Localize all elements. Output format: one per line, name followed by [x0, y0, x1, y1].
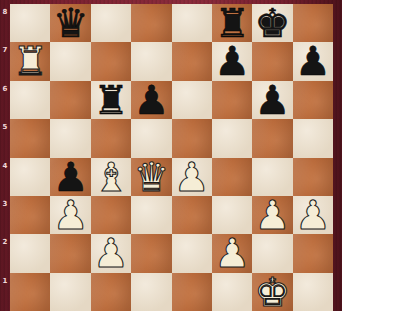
square-g7[interactable]	[252, 42, 292, 80]
square-e2[interactable]	[172, 234, 212, 272]
rank-label-7: 7	[0, 42, 10, 80]
square-h1[interactable]	[293, 273, 333, 311]
rank-labels: 87654321	[0, 4, 10, 311]
square-c8[interactable]	[91, 4, 131, 42]
black-king-g8: ♚	[252, 4, 292, 42]
square-g1[interactable]: ♚	[252, 273, 292, 311]
square-f8[interactable]: ♜	[212, 4, 252, 42]
square-f2[interactable]: ♟	[212, 234, 252, 272]
square-c7[interactable]	[91, 42, 131, 80]
square-b1[interactable]	[50, 273, 90, 311]
square-h5[interactable]	[293, 119, 333, 157]
white-king-g1: ♚	[252, 273, 292, 311]
chess-board-frame: 87654321 ♛♜♚♜♟♟♜♟♟♟♝♛♟♟♟♟♟♟♚	[0, 0, 342, 311]
square-a1[interactable]	[10, 273, 50, 311]
black-pawn-b4: ♟	[50, 158, 90, 196]
square-g2[interactable]	[252, 234, 292, 272]
square-d4[interactable]: ♛	[131, 158, 171, 196]
square-a7[interactable]: ♜	[10, 42, 50, 80]
square-c4[interactable]: ♝	[91, 158, 131, 196]
white-bishop-c4: ♝	[91, 158, 131, 196]
page-background: 87654321 ♛♜♚♜♟♟♜♟♟♟♝♛♟♟♟♟♟♟♚	[0, 0, 414, 311]
square-e6[interactable]	[172, 81, 212, 119]
square-a8[interactable]	[10, 4, 50, 42]
chess-board: ♛♜♚♜♟♟♜♟♟♟♝♛♟♟♟♟♟♟♚	[10, 4, 333, 311]
white-queen-d4: ♛	[131, 158, 171, 196]
square-g5[interactable]	[252, 119, 292, 157]
square-e8[interactable]	[172, 4, 212, 42]
square-b3[interactable]: ♟	[50, 196, 90, 234]
rank-label-4: 4	[0, 158, 10, 196]
square-d6[interactable]: ♟	[131, 81, 171, 119]
square-f6[interactable]	[212, 81, 252, 119]
square-d1[interactable]	[131, 273, 171, 311]
white-pawn-b3: ♟	[50, 196, 90, 234]
black-pawn-f7: ♟	[212, 42, 252, 80]
black-rook-c6: ♜	[91, 81, 131, 119]
square-b6[interactable]	[50, 81, 90, 119]
square-f1[interactable]	[212, 273, 252, 311]
square-b7[interactable]	[50, 42, 90, 80]
square-a4[interactable]	[10, 158, 50, 196]
black-queen-b8: ♛	[50, 4, 90, 42]
square-f3[interactable]	[212, 196, 252, 234]
square-f4[interactable]	[212, 158, 252, 196]
black-pawn-g6: ♟	[252, 81, 292, 119]
square-d8[interactable]	[131, 4, 171, 42]
square-b5[interactable]	[50, 119, 90, 157]
rank-label-8: 8	[0, 4, 10, 42]
black-rook-f8: ♜	[212, 4, 252, 42]
square-c5[interactable]	[91, 119, 131, 157]
square-c2[interactable]: ♟	[91, 234, 131, 272]
black-pawn-h7: ♟	[293, 42, 333, 80]
square-b4[interactable]: ♟	[50, 158, 90, 196]
square-h7[interactable]: ♟	[293, 42, 333, 80]
rank-label-3: 3	[0, 196, 10, 234]
square-e5[interactable]	[172, 119, 212, 157]
square-e7[interactable]	[172, 42, 212, 80]
square-d7[interactable]	[131, 42, 171, 80]
square-g8[interactable]: ♚	[252, 4, 292, 42]
white-rook-a7: ♜	[10, 42, 50, 80]
square-c3[interactable]	[91, 196, 131, 234]
white-pawn-h3: ♟	[293, 196, 333, 234]
square-f7[interactable]: ♟	[212, 42, 252, 80]
white-pawn-f2: ♟	[212, 234, 252, 272]
square-d2[interactable]	[131, 234, 171, 272]
white-pawn-g3: ♟	[252, 196, 292, 234]
rank-label-5: 5	[0, 119, 10, 157]
square-a6[interactable]	[10, 81, 50, 119]
square-h8[interactable]	[293, 4, 333, 42]
white-pawn-e4: ♟	[172, 158, 212, 196]
square-a3[interactable]	[10, 196, 50, 234]
square-d5[interactable]	[131, 119, 171, 157]
square-f5[interactable]	[212, 119, 252, 157]
rank-label-2: 2	[0, 234, 10, 272]
square-g3[interactable]: ♟	[252, 196, 292, 234]
black-pawn-d6: ♟	[131, 81, 171, 119]
square-h6[interactable]	[293, 81, 333, 119]
square-h3[interactable]: ♟	[293, 196, 333, 234]
square-g4[interactable]	[252, 158, 292, 196]
white-pawn-c2: ♟	[91, 234, 131, 272]
square-e4[interactable]: ♟	[172, 158, 212, 196]
square-c6[interactable]: ♜	[91, 81, 131, 119]
square-b2[interactable]	[50, 234, 90, 272]
rank-label-1: 1	[0, 273, 10, 311]
square-h4[interactable]	[293, 158, 333, 196]
rank-label-6: 6	[0, 81, 10, 119]
square-e3[interactable]	[172, 196, 212, 234]
square-a5[interactable]	[10, 119, 50, 157]
square-h2[interactable]	[293, 234, 333, 272]
square-g6[interactable]: ♟	[252, 81, 292, 119]
square-b8[interactable]: ♛	[50, 4, 90, 42]
square-d3[interactable]	[131, 196, 171, 234]
square-c1[interactable]	[91, 273, 131, 311]
square-a2[interactable]	[10, 234, 50, 272]
square-e1[interactable]	[172, 273, 212, 311]
